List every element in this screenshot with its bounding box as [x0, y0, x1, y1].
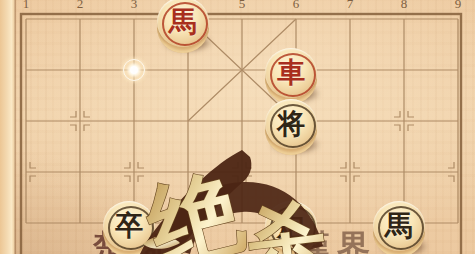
calligraphy-char-2: 杀 — [240, 193, 331, 254]
xiangqi-board[interactable]: 123456789 楚河 漢界 馬車将卒炮馬 绝 杀 — [0, 0, 475, 254]
checkmate-calligraphy-overlay: 绝 杀 — [0, 0, 475, 254]
